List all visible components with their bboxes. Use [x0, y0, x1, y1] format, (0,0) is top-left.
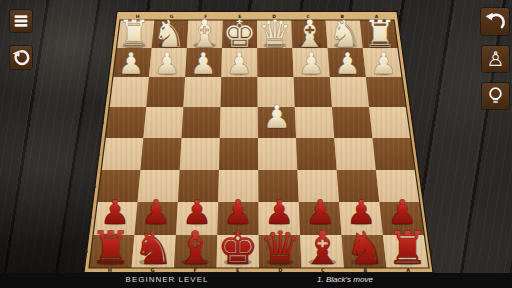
- piece-red-knight-b8[interactable]: ♞: [344, 221, 385, 275]
- piece-white-queen-d1[interactable]: ♛: [258, 12, 292, 56]
- rank-label-right-2: 2: [403, 60, 406, 65]
- rank-label-left-6: 6: [93, 184, 96, 189]
- rank-label-right-4: 4: [412, 120, 415, 125]
- hint-button[interactable]: [482, 83, 509, 109]
- rank-label-left-5: 5: [97, 152, 100, 157]
- menu-button[interactable]: [10, 10, 32, 32]
- level-label: BEGINNER LEVEL: [126, 275, 209, 284]
- piece-white-pawn-e2[interactable]: ♟: [226, 46, 253, 81]
- player-mode-button[interactable]: ♙: [482, 46, 509, 72]
- piece-white-pawn-f2[interactable]: ♟: [190, 46, 217, 81]
- chess-board: HHGGFFEEDDCCBBAA1122334455667788 ♜♞♝♚♛♝♞…: [0, 0, 512, 288]
- piece-red-king-e8[interactable]: ♚: [217, 221, 258, 275]
- piece-red-rook-a8[interactable]: ♜: [387, 221, 428, 275]
- rank-label-right-3: 3: [407, 90, 410, 95]
- piece-red-knight-g8[interactable]: ♞: [132, 221, 173, 275]
- rank-label-left-2: 2: [108, 60, 111, 65]
- pawn-icon: ♙: [487, 49, 505, 69]
- lightbulb-icon: [482, 83, 509, 109]
- piece-red-bishop-c8[interactable]: ♝: [302, 221, 343, 275]
- piece-white-pawn-c2[interactable]: ♟: [298, 46, 325, 81]
- undo-button[interactable]: [481, 8, 509, 35]
- hamburger-icon: [10, 10, 32, 32]
- piece-white-pawn-a2[interactable]: ♟: [370, 46, 397, 81]
- piece-red-bishop-f8[interactable]: ♝: [175, 221, 216, 275]
- piece-white-pawn-g2[interactable]: ♟: [154, 46, 181, 81]
- rank-label-right-1: 1: [399, 32, 402, 37]
- piece-white-pawn-h2[interactable]: ♟: [118, 46, 145, 81]
- piece-white-pawn-d4[interactable]: ♟: [262, 98, 291, 136]
- rank-label-right-6: 6: [421, 184, 424, 189]
- rank-label-left-8: 8: [85, 249, 88, 254]
- turn-indicator: 1. Black's move: [317, 275, 373, 284]
- rank-label-left-4: 4: [101, 120, 104, 125]
- rank-label-left-1: 1: [112, 32, 115, 37]
- undo-arrow-icon: [481, 8, 509, 35]
- rank-label-left-3: 3: [105, 90, 108, 95]
- piece-white-pawn-b2[interactable]: ♟: [334, 46, 361, 81]
- rank-label-right-5: 5: [416, 152, 419, 157]
- rotate-icon: [10, 46, 32, 69]
- piece-red-queen-d8[interactable]: ♛: [260, 221, 301, 275]
- flip-board-button[interactable]: [10, 46, 32, 69]
- status-bar: BEGINNER LEVEL 1. Black's move: [0, 273, 512, 288]
- piece-red-rook-h8[interactable]: ♜: [90, 221, 131, 275]
- rank-label-right-8: 8: [430, 249, 433, 254]
